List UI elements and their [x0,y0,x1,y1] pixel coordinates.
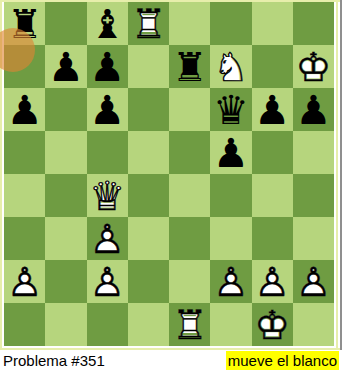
piece-black-rook: ♜ [169,45,210,88]
chess-board: ♜♝♜♖♟♟♜♞♘♚♔♟♟♛♟♟♟♛♕♟♙♟♙♟♙♟♙♟♙♟♙♜♖♚♔ [4,2,334,346]
piece-black-pawn: ♟ [87,88,128,131]
square-f6[interactable]: ♛ [210,88,251,131]
square-g3[interactable] [252,217,293,260]
square-b4[interactable] [45,174,86,217]
square-a6[interactable]: ♟ [4,88,45,131]
piece-white-knight: ♞♘ [210,45,251,88]
square-a4[interactable] [4,174,45,217]
square-f1[interactable] [210,303,251,346]
square-b3[interactable] [45,217,86,260]
square-e1[interactable]: ♜♖ [169,303,210,346]
square-c3[interactable]: ♟♙ [87,217,128,260]
to-move-label: mueve el blanco [226,351,339,370]
piece-black-pawn: ♟ [293,88,334,131]
square-d7[interactable] [128,45,169,88]
frame-line-left [0,0,2,350]
square-a1[interactable] [4,303,45,346]
square-d5[interactable] [128,131,169,174]
square-c4[interactable]: ♛♕ [87,174,128,217]
square-h3[interactable] [293,217,334,260]
square-c5[interactable] [87,131,128,174]
square-a3[interactable] [4,217,45,260]
piece-white-pawn: ♟♙ [87,260,128,303]
square-e4[interactable] [169,174,210,217]
square-b2[interactable] [45,260,86,303]
square-g4[interactable] [252,174,293,217]
piece-black-pawn: ♟ [252,88,293,131]
square-h4[interactable] [293,174,334,217]
square-a8[interactable]: ♜ [4,2,45,45]
square-b7[interactable]: ♟ [45,45,86,88]
square-f2[interactable]: ♟♙ [210,260,251,303]
square-d8[interactable]: ♜♖ [128,2,169,45]
square-a2[interactable]: ♟♙ [4,260,45,303]
piece-black-rook: ♜ [4,2,45,45]
square-g7[interactable] [252,45,293,88]
piece-black-queen: ♛ [210,88,251,131]
square-c1[interactable] [87,303,128,346]
square-c2[interactable]: ♟♙ [87,260,128,303]
piece-white-rook: ♜♖ [169,303,210,346]
square-d4[interactable] [128,174,169,217]
square-a5[interactable] [4,131,45,174]
square-f8[interactable] [210,2,251,45]
piece-black-pawn: ♟ [4,88,45,131]
square-h7[interactable]: ♚♔ [293,45,334,88]
square-g1[interactable]: ♚♔ [252,303,293,346]
piece-white-queen: ♛♕ [87,174,128,217]
square-h2[interactable]: ♟♙ [293,260,334,303]
piece-white-pawn: ♟♙ [210,260,251,303]
square-h8[interactable] [293,2,334,45]
square-b1[interactable] [45,303,86,346]
square-f3[interactable] [210,217,251,260]
square-g5[interactable] [252,131,293,174]
piece-black-pawn: ♟ [210,131,251,174]
problem-number-label: Problema #351 [3,352,105,369]
square-g6[interactable]: ♟ [252,88,293,131]
piece-white-pawn: ♟♙ [87,217,128,260]
square-h6[interactable]: ♟ [293,88,334,131]
square-f5[interactable]: ♟ [210,131,251,174]
square-c8[interactable]: ♝ [87,2,128,45]
square-b5[interactable] [45,131,86,174]
frame-line-right [336,0,338,350]
square-e6[interactable] [169,88,210,131]
square-c6[interactable]: ♟ [87,88,128,131]
piece-black-pawn: ♟ [45,45,86,88]
piece-white-rook: ♜♖ [128,2,169,45]
square-e3[interactable] [169,217,210,260]
piece-white-king: ♚♔ [293,45,334,88]
square-a7[interactable] [4,45,45,88]
piece-white-pawn: ♟♙ [252,260,293,303]
square-b6[interactable] [45,88,86,131]
square-g8[interactable] [252,2,293,45]
piece-white-pawn: ♟♙ [293,260,334,303]
square-f4[interactable] [210,174,251,217]
square-f7[interactable]: ♞♘ [210,45,251,88]
square-e8[interactable] [169,2,210,45]
square-h5[interactable] [293,131,334,174]
square-e2[interactable] [169,260,210,303]
piece-black-bishop: ♝ [87,2,128,45]
square-g2[interactable]: ♟♙ [252,260,293,303]
piece-white-pawn: ♟♙ [4,260,45,303]
piece-white-king: ♚♔ [252,303,293,346]
square-h1[interactable] [293,303,334,346]
square-e5[interactable] [169,131,210,174]
square-d1[interactable] [128,303,169,346]
square-d6[interactable] [128,88,169,131]
status-bar: Problema #351 mueve el blanco [0,350,342,371]
square-e7[interactable]: ♜ [169,45,210,88]
square-d2[interactable] [128,260,169,303]
square-c7[interactable]: ♟ [87,45,128,88]
chess-puzzle-page: ♜♝♜♖♟♟♜♞♘♚♔♟♟♛♟♟♟♛♕♟♙♟♙♟♙♟♙♟♙♟♙♜♖♚♔ Prob… [0,0,342,371]
piece-black-pawn: ♟ [87,45,128,88]
square-d3[interactable] [128,217,169,260]
square-b8[interactable] [45,2,86,45]
